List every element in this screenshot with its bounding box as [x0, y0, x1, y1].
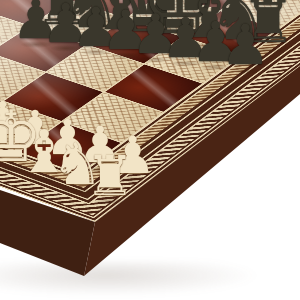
chess-set-photo-stage: ♜♞♝♛♚♝♟♞♟♜♟♟♟♟♟♟♟♟♟♛♟♚♟♝♟♞♜: [0, 0, 300, 300]
board-border-mosaic-band: [0, 0, 300, 188]
board-border-brown-band: [0, 0, 300, 199]
box-ground-shadow: [0, 262, 260, 296]
board-squares-grid: [0, 0, 300, 173]
